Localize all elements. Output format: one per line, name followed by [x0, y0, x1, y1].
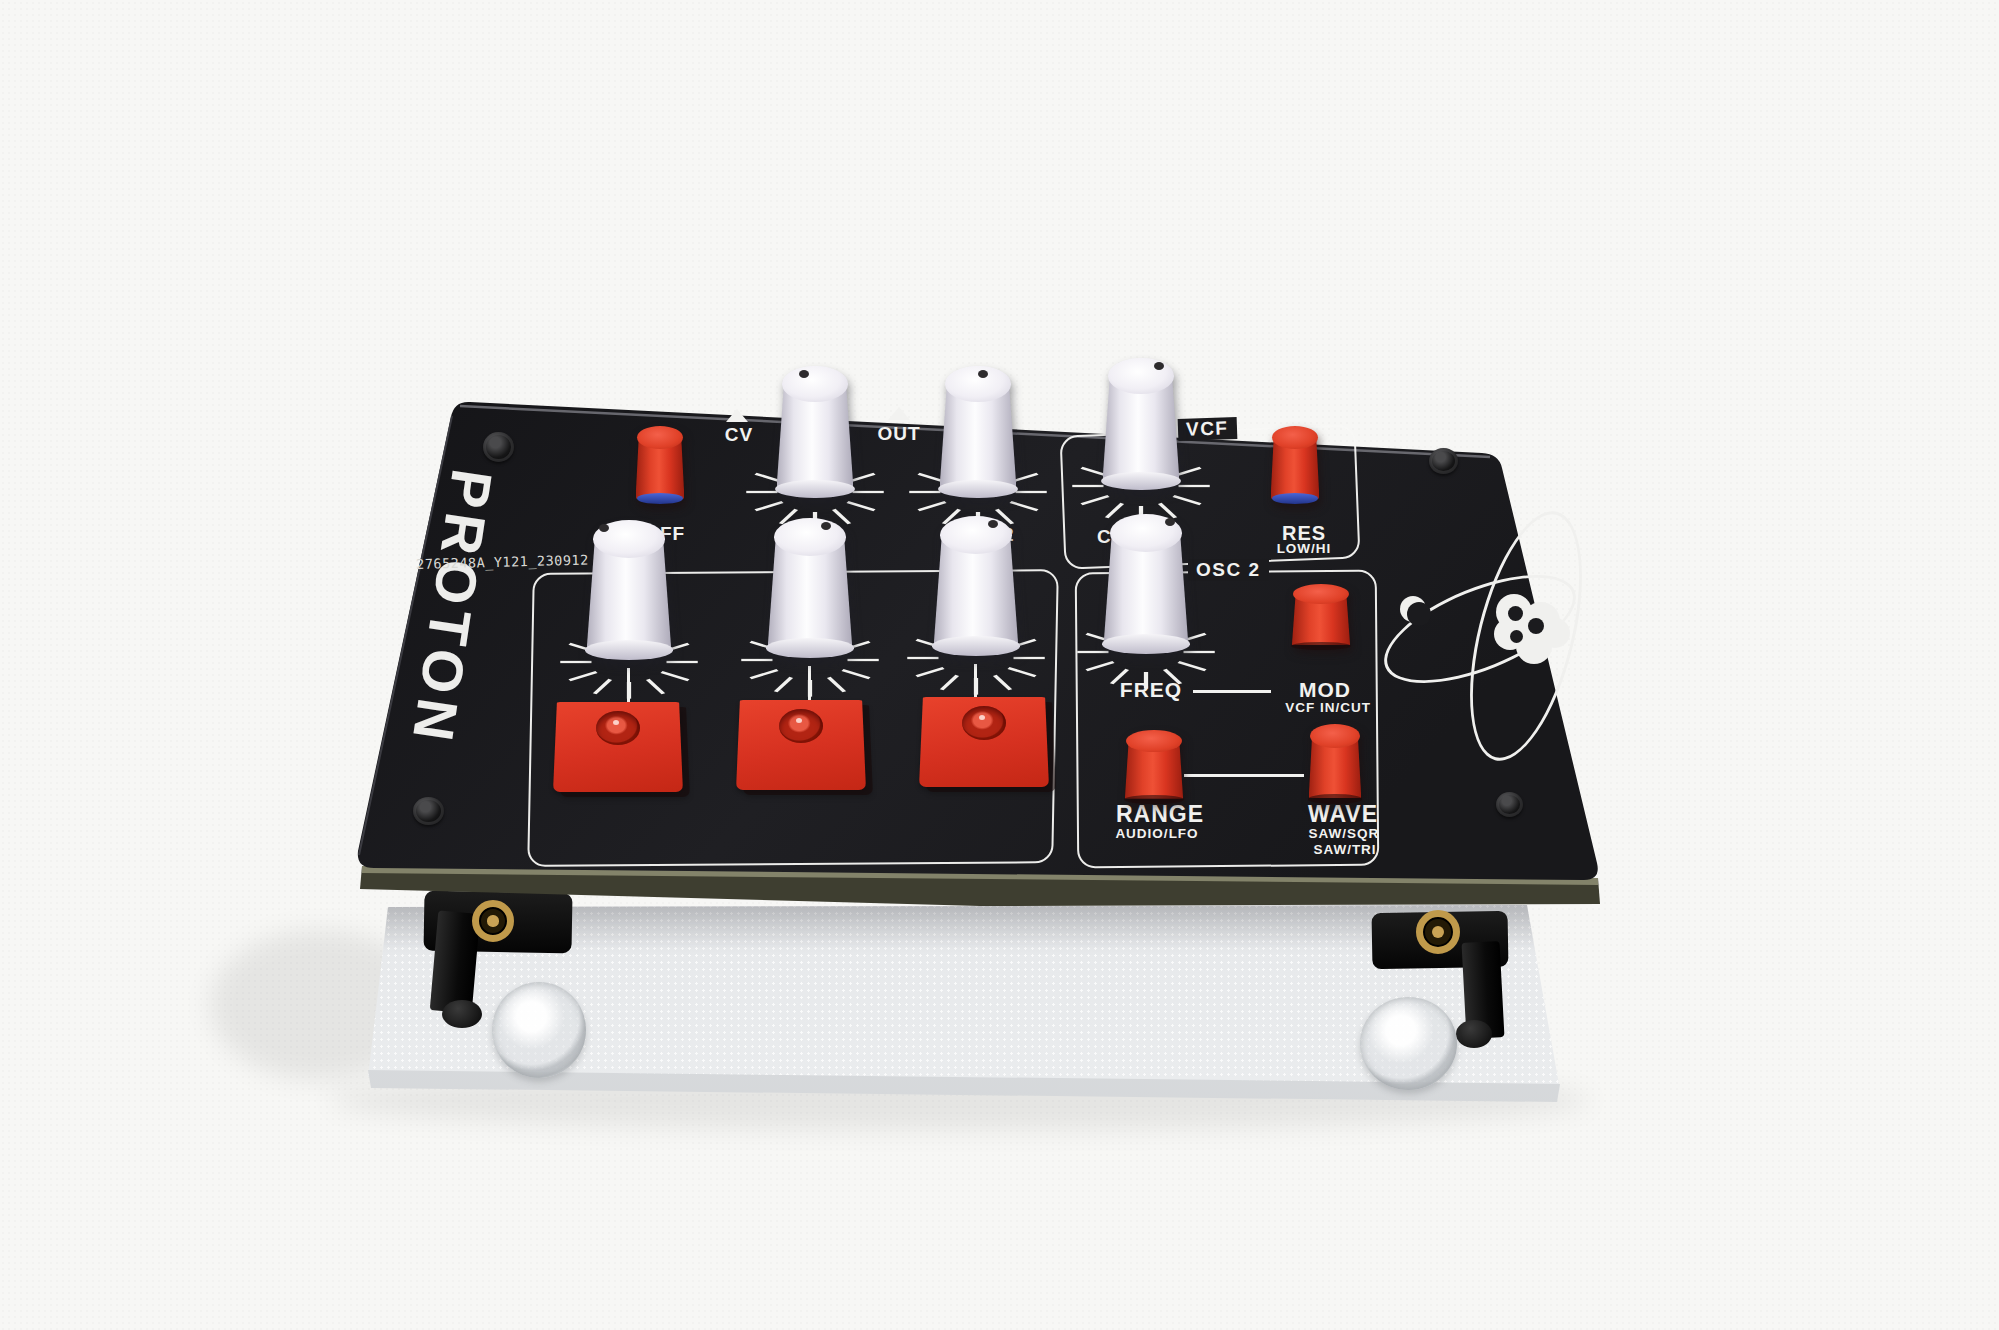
atom-nucleus-hole	[1510, 630, 1523, 643]
step-button-1[interactable]	[551, 702, 685, 834]
cv-arrow-icon	[726, 409, 748, 422]
screw-bottom-left	[413, 797, 444, 825]
osc2-freq-knob[interactable]	[1102, 514, 1190, 654]
knob-cap	[940, 516, 1012, 554]
knob-cap	[782, 366, 848, 402]
knob-cap	[1126, 730, 1182, 752]
top-knob-1[interactable]	[775, 366, 855, 498]
mod-label: MOD	[1294, 678, 1356, 702]
atom-nucleus	[1540, 618, 1570, 648]
knob-cap	[1310, 724, 1360, 748]
photo-stage: PROTON 2765248A_Y121_230912 CV OUT FF 2 …	[0, 0, 1999, 1330]
top-left-red-knob[interactable]	[634, 426, 686, 504]
mod-sublabel: VCF IN/CUT	[1276, 700, 1380, 715]
step-button-led	[596, 711, 640, 745]
osc2-range-knob[interactable]	[1123, 730, 1185, 804]
atom-nucleus-hole	[1508, 606, 1523, 621]
knob-base-shadow	[1308, 794, 1362, 804]
vcf-cutoff-knob[interactable]	[1101, 358, 1181, 490]
wave-sublabel-2: SAW/TRI	[1307, 842, 1383, 857]
osc2-section-title: OSC 2	[1188, 559, 1269, 581]
knob-base	[932, 636, 1020, 656]
wave-sublabel-1: SAW/SQR	[1306, 826, 1382, 841]
electron-crescent-icon	[1400, 596, 1426, 622]
knob-cap	[1293, 584, 1349, 604]
osc2-mod-knob[interactable]	[1290, 584, 1352, 650]
atom-nucleus-hole	[1528, 618, 1544, 634]
knob-base	[766, 638, 854, 658]
range-wave-link-line	[1184, 774, 1304, 777]
knob-base	[1101, 472, 1181, 490]
knob-base-shadow	[1124, 795, 1184, 804]
seq-knob-1[interactable]	[585, 520, 673, 660]
pot-blue-ring	[637, 493, 683, 504]
wave-label: WAVE	[1308, 801, 1378, 828]
osc2-wave-knob[interactable]	[1307, 724, 1363, 804]
step-button-2[interactable]	[734, 700, 868, 832]
knob-button-pointer-line	[974, 664, 977, 699]
step-button-3[interactable]	[917, 697, 1051, 829]
pot-blue-ring	[1272, 493, 1318, 504]
vcf-res-knob[interactable]	[1269, 426, 1321, 504]
knob-base	[938, 480, 1018, 498]
screw-bottom-right	[1496, 792, 1523, 817]
seq-knob-3[interactable]	[932, 516, 1020, 656]
screw-top-right	[1429, 448, 1458, 474]
top-knob-2[interactable]	[938, 366, 1018, 498]
seq-knob-2[interactable]	[766, 518, 854, 658]
out-arrow-icon	[888, 407, 910, 420]
step-button-front-face	[551, 788, 685, 834]
step-button-led	[779, 709, 823, 743]
knob-base	[585, 640, 673, 660]
knob-button-pointer-line	[808, 666, 811, 702]
knob-button-pointer-line	[627, 668, 630, 704]
knob-pointer-dot	[1154, 362, 1164, 370]
knob-base-shadow	[1291, 642, 1351, 650]
knob-pointer-dot	[978, 370, 988, 378]
knob-cap	[1108, 358, 1174, 394]
step-button-front-face	[734, 786, 868, 832]
step-button-front-face	[917, 783, 1051, 829]
knob-base	[1102, 634, 1190, 654]
range-sublabel: AUDIO/LFO	[1110, 826, 1204, 841]
range-label: RANGE	[1113, 801, 1207, 828]
knob-base	[775, 480, 855, 498]
knob-pointer-dot	[799, 370, 809, 378]
res-sublabel: LOW/HI	[1272, 541, 1336, 556]
vcf-section-title: VCF	[1178, 417, 1237, 441]
step-button-led	[962, 706, 1006, 740]
knob-cap	[774, 518, 846, 556]
cv-label: CV	[721, 424, 757, 446]
out-label: OUT	[873, 423, 925, 445]
screw-top-left	[483, 432, 514, 462]
knob-pointer-dot	[821, 522, 831, 530]
